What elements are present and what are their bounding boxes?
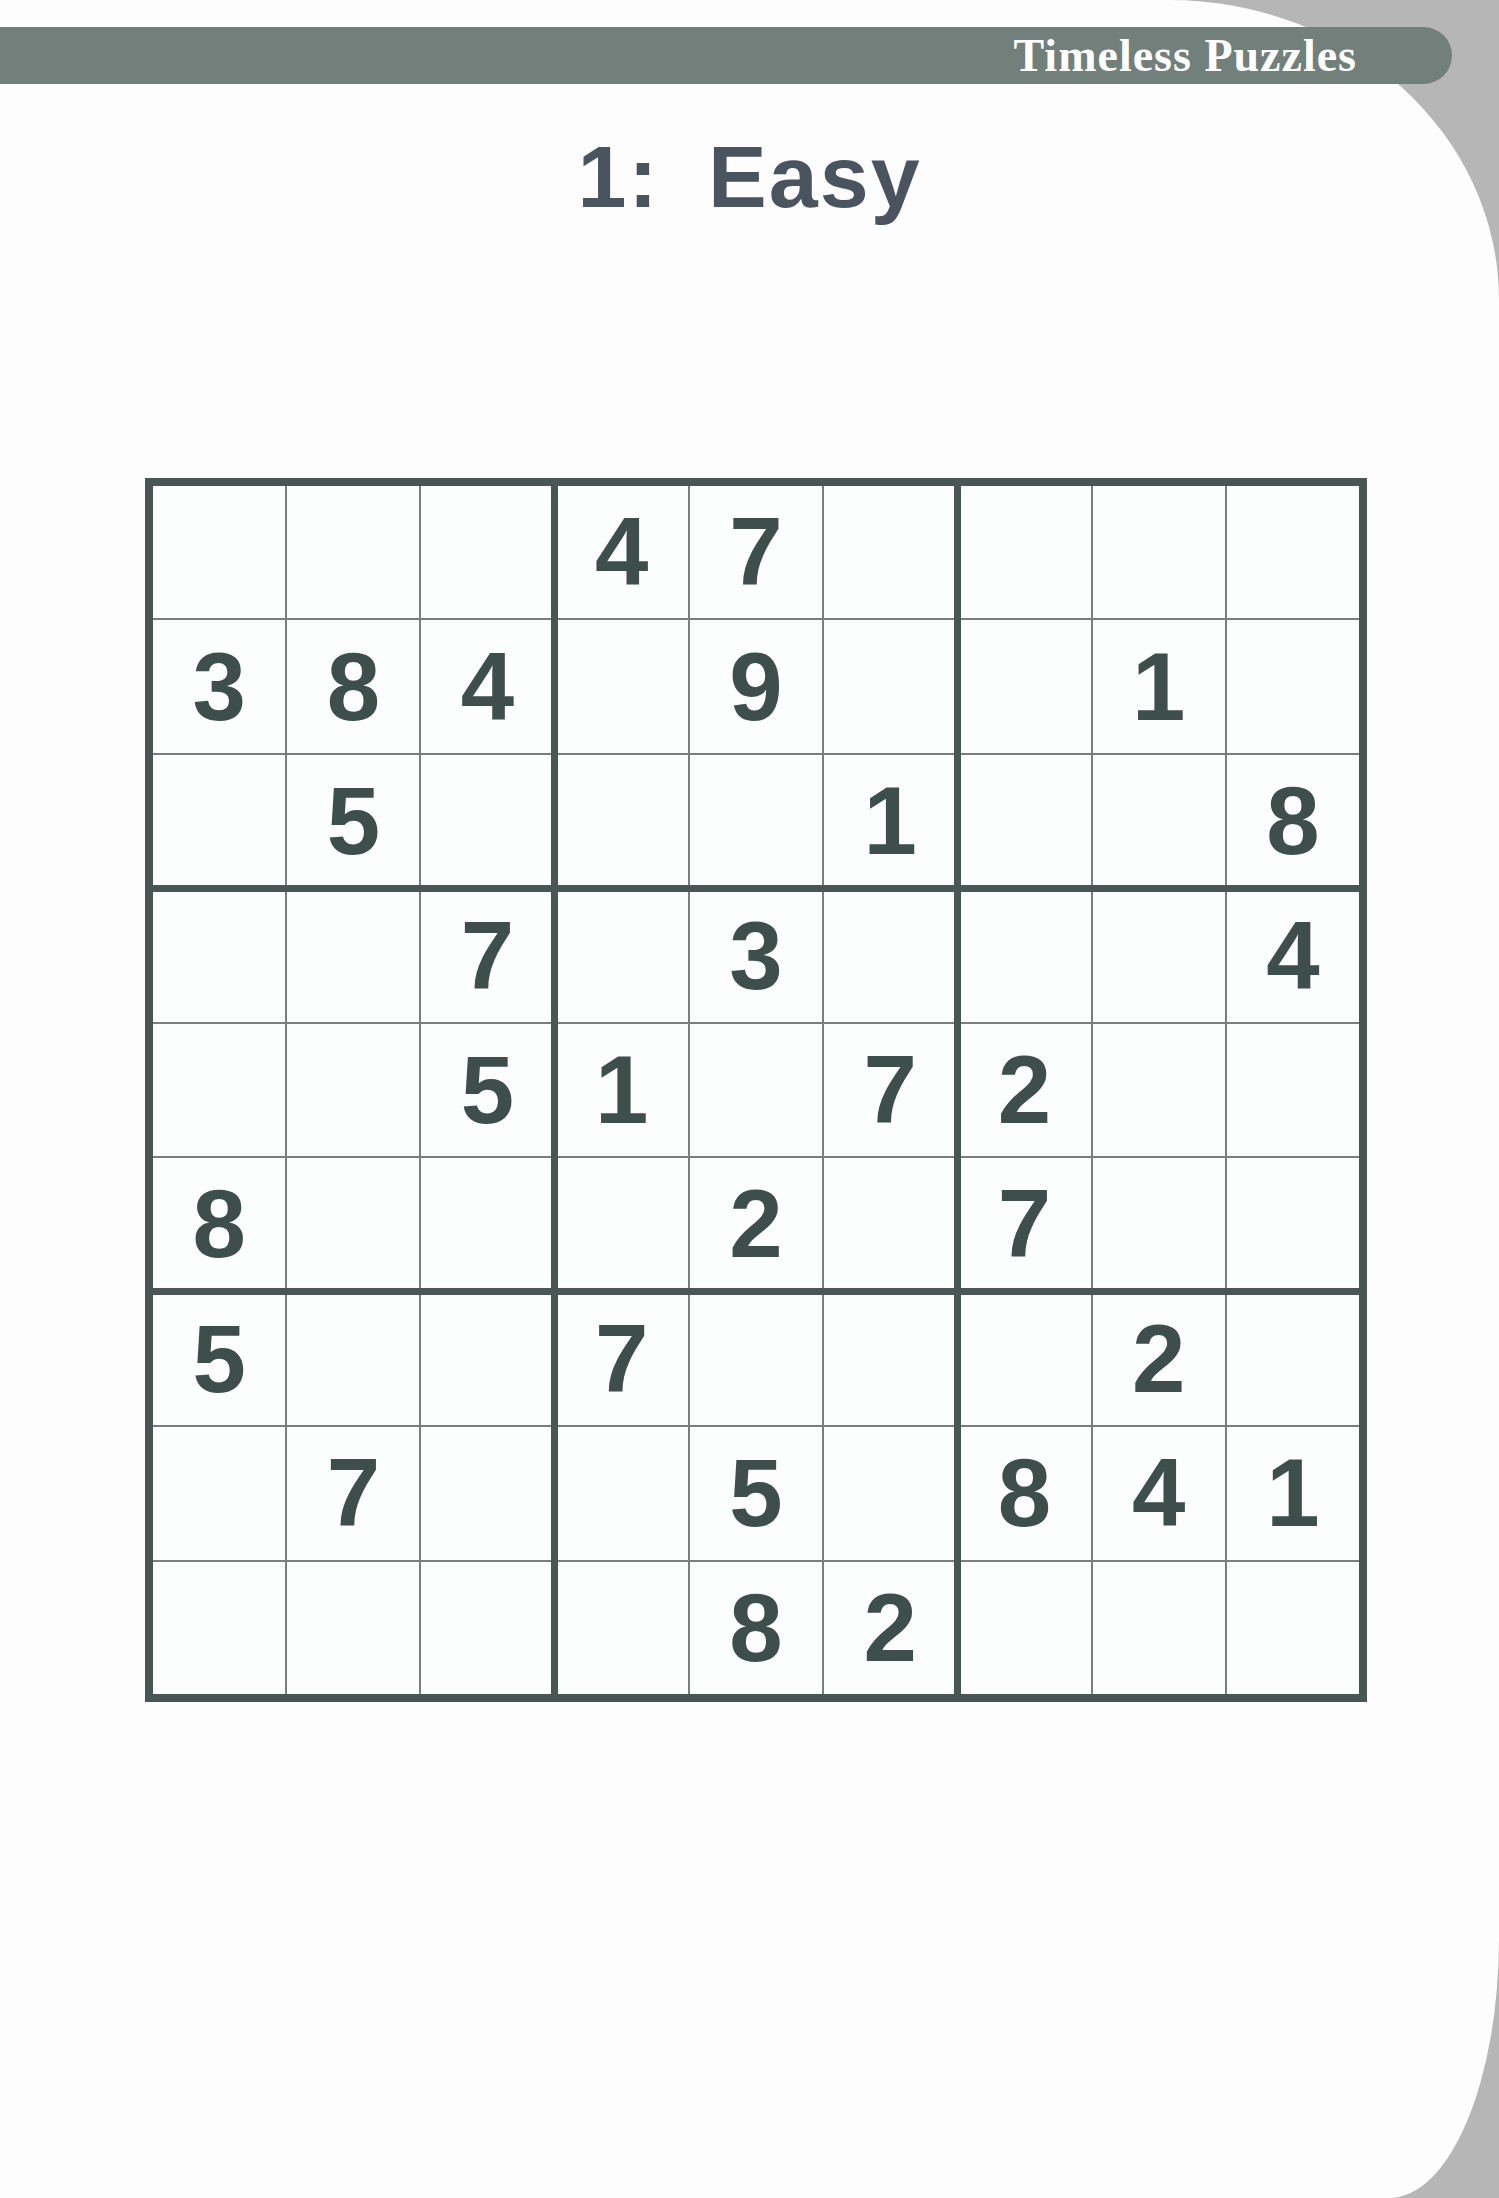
cell-r8c6[interactable]	[824, 1427, 956, 1559]
cell-r5c6[interactable]: 7	[824, 1024, 956, 1156]
brand-title: Timeless Puzzles	[1014, 33, 1357, 79]
cell-r6c9[interactable]	[1227, 1158, 1359, 1290]
cell-r1c8[interactable]	[1093, 486, 1225, 618]
cell-r1c3[interactable]	[421, 486, 553, 618]
given-digit: 8	[998, 1445, 1051, 1541]
cell-r9c5[interactable]: 8	[690, 1562, 822, 1694]
cell-r9c1[interactable]	[153, 1562, 285, 1694]
cell-r6c1[interactable]: 8	[153, 1158, 285, 1290]
cell-r2c2[interactable]: 8	[287, 620, 419, 752]
given-digit: 4	[1266, 908, 1319, 1004]
given-digit: 2	[998, 1042, 1051, 1138]
given-digit: 5	[327, 773, 380, 869]
given-digit: 7	[327, 1445, 380, 1541]
cell-r1c2[interactable]	[287, 486, 419, 618]
cell-r5c9[interactable]	[1227, 1024, 1359, 1156]
cell-r9c8[interactable]	[1093, 1562, 1225, 1694]
given-digit: 4	[1132, 1445, 1185, 1541]
cell-r7c2[interactable]	[287, 1293, 419, 1425]
cell-r6c6[interactable]	[824, 1158, 956, 1290]
cell-r9c7[interactable]	[958, 1562, 1090, 1694]
cell-r9c4[interactable]	[556, 1562, 688, 1694]
given-digit: 7	[461, 908, 514, 1004]
cell-r7c4[interactable]: 7	[556, 1293, 688, 1425]
cell-r8c7[interactable]: 8	[958, 1427, 1090, 1559]
cell-r3c6[interactable]: 1	[824, 755, 956, 887]
cell-r5c2[interactable]	[287, 1024, 419, 1156]
cell-r4c9[interactable]: 4	[1227, 889, 1359, 1021]
cell-r5c7[interactable]: 2	[958, 1024, 1090, 1156]
cell-r3c8[interactable]	[1093, 755, 1225, 887]
cell-r6c2[interactable]	[287, 1158, 419, 1290]
cell-r8c5[interactable]: 5	[690, 1427, 822, 1559]
given-digit: 2	[1132, 1311, 1185, 1407]
cell-r6c7[interactable]: 7	[958, 1158, 1090, 1290]
cell-r2c9[interactable]	[1227, 620, 1359, 752]
given-digit: 7	[998, 1176, 1051, 1272]
given-digit: 9	[729, 639, 782, 735]
given-digit: 2	[729, 1176, 782, 1272]
cell-r3c9[interactable]: 8	[1227, 755, 1359, 887]
cell-r7c1[interactable]: 5	[153, 1293, 285, 1425]
cell-r4c3[interactable]: 7	[421, 889, 553, 1021]
cell-r8c9[interactable]: 1	[1227, 1427, 1359, 1559]
cell-r3c1[interactable]	[153, 755, 285, 887]
cell-r8c8[interactable]: 4	[1093, 1427, 1225, 1559]
given-digit: 1	[864, 773, 917, 869]
cell-r1c5[interactable]: 7	[690, 486, 822, 618]
cell-r1c1[interactable]	[153, 486, 285, 618]
cell-r5c4[interactable]: 1	[556, 1024, 688, 1156]
given-digit: 7	[729, 504, 782, 600]
cell-r2c1[interactable]: 3	[153, 620, 285, 752]
given-digit: 5	[461, 1042, 514, 1138]
cell-r3c4[interactable]	[556, 755, 688, 887]
cell-r8c3[interactable]	[421, 1427, 553, 1559]
cell-r6c5[interactable]: 2	[690, 1158, 822, 1290]
given-digit: 8	[327, 639, 380, 735]
cell-r1c4[interactable]: 4	[556, 486, 688, 618]
cell-r4c5[interactable]: 3	[690, 889, 822, 1021]
given-digit: 7	[595, 1311, 648, 1407]
cell-r3c7[interactable]	[958, 755, 1090, 887]
cell-r5c8[interactable]	[1093, 1024, 1225, 1156]
given-digit: 1	[595, 1042, 648, 1138]
cell-r1c7[interactable]	[958, 486, 1090, 618]
cell-r2c3[interactable]: 4	[421, 620, 553, 752]
cell-r2c8[interactable]: 1	[1093, 620, 1225, 752]
given-digit: 7	[864, 1042, 917, 1138]
cell-r2c5[interactable]: 9	[690, 620, 822, 752]
cell-r1c6[interactable]	[824, 486, 956, 618]
cell-r6c4[interactable]	[556, 1158, 688, 1290]
cell-r8c4[interactable]	[556, 1427, 688, 1559]
cell-r5c1[interactable]	[153, 1024, 285, 1156]
given-digit: 8	[1266, 773, 1319, 869]
given-digit: 5	[192, 1311, 245, 1407]
cell-r6c8[interactable]	[1093, 1158, 1225, 1290]
given-digit: 4	[595, 504, 648, 600]
given-digit: 1	[1132, 639, 1185, 735]
cell-r6c3[interactable]	[421, 1158, 553, 1290]
puzzle-title: 1: Easy	[0, 126, 1499, 228]
cell-r4c7[interactable]	[958, 889, 1090, 1021]
cell-r1c9[interactable]	[1227, 486, 1359, 618]
given-digit: 3	[729, 908, 782, 1004]
given-digit: 2	[864, 1580, 917, 1676]
cell-r9c6[interactable]: 2	[824, 1562, 956, 1694]
cell-r3c5[interactable]	[690, 755, 822, 887]
sudoku-board: 473849151873451728275727584182	[145, 478, 1367, 1702]
cell-r4c4[interactable]	[556, 889, 688, 1021]
cell-r7c7[interactable]	[958, 1293, 1090, 1425]
cell-r7c5[interactable]	[690, 1293, 822, 1425]
cell-r2c4[interactable]	[556, 620, 688, 752]
cell-r4c1[interactable]	[153, 889, 285, 1021]
cell-r8c2[interactable]: 7	[287, 1427, 419, 1559]
cell-r9c2[interactable]	[287, 1562, 419, 1694]
cell-r4c2[interactable]	[287, 889, 419, 1021]
cell-r9c3[interactable]	[421, 1562, 553, 1694]
cell-r7c8[interactable]: 2	[1093, 1293, 1225, 1425]
header-banner: Timeless Puzzles	[0, 27, 1452, 84]
given-digit: 4	[461, 639, 514, 735]
cell-r5c3[interactable]: 5	[421, 1024, 553, 1156]
given-digit: 8	[729, 1580, 782, 1676]
cell-r4c6[interactable]	[824, 889, 956, 1021]
cell-r3c3[interactable]	[421, 755, 553, 887]
given-digit: 8	[192, 1176, 245, 1272]
given-digit: 5	[729, 1445, 782, 1541]
cell-r8c1[interactable]	[153, 1427, 285, 1559]
cell-r5c5[interactable]	[690, 1024, 822, 1156]
given-digit: 1	[1266, 1445, 1319, 1541]
cell-r9c9[interactable]	[1227, 1562, 1359, 1694]
cell-r7c3[interactable]	[421, 1293, 553, 1425]
cell-r7c6[interactable]	[824, 1293, 956, 1425]
cell-r2c6[interactable]	[824, 620, 956, 752]
cell-r4c8[interactable]	[1093, 889, 1225, 1021]
cell-r2c7[interactable]	[958, 620, 1090, 752]
cell-r3c2[interactable]: 5	[287, 755, 419, 887]
cell-r7c9[interactable]	[1227, 1293, 1359, 1425]
given-digit: 3	[192, 639, 245, 735]
